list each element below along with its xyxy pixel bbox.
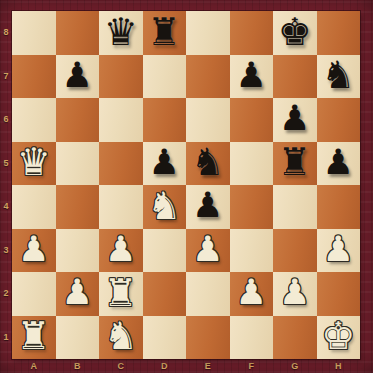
square-d2[interactable] <box>143 272 187 316</box>
square-b6[interactable] <box>56 98 100 142</box>
square-h4[interactable] <box>317 185 361 229</box>
rank-label-5: 5 <box>0 142 12 186</box>
square-a4[interactable] <box>12 185 56 229</box>
square-a3[interactable]: ♟ <box>12 229 56 273</box>
square-h2[interactable] <box>317 272 361 316</box>
black-pawn[interactable]: ♟ <box>149 145 180 180</box>
square-c3[interactable]: ♟ <box>99 229 143 273</box>
square-e3[interactable]: ♟ <box>186 229 230 273</box>
square-d1[interactable] <box>143 316 187 360</box>
square-e4[interactable]: ♟ <box>186 185 230 229</box>
rank-label-4: 4 <box>0 185 12 229</box>
square-d5[interactable]: ♟ <box>143 142 187 186</box>
square-e2[interactable] <box>186 272 230 316</box>
square-g2[interactable]: ♟ <box>273 272 317 316</box>
square-g5[interactable]: ♜ <box>273 142 317 186</box>
square-f2[interactable]: ♟ <box>230 272 274 316</box>
square-a2[interactable] <box>12 272 56 316</box>
file-label-d: D <box>143 359 187 373</box>
square-d6[interactable] <box>143 98 187 142</box>
square-g3[interactable] <box>273 229 317 273</box>
square-f4[interactable] <box>230 185 274 229</box>
white-king[interactable]: ♚ <box>321 317 355 355</box>
square-c1[interactable]: ♞ <box>99 316 143 360</box>
white-rook[interactable]: ♜ <box>104 274 138 312</box>
square-f8[interactable] <box>230 11 274 55</box>
rank-label-6: 6 <box>0 98 12 142</box>
square-b4[interactable] <box>56 185 100 229</box>
black-knight[interactable]: ♞ <box>191 143 225 181</box>
black-pawn[interactable]: ♟ <box>236 58 267 93</box>
square-d4[interactable]: ♞ <box>143 185 187 229</box>
square-e7[interactable] <box>186 55 230 99</box>
square-h3[interactable]: ♟ <box>317 229 361 273</box>
black-pawn[interactable]: ♟ <box>323 145 354 180</box>
square-g4[interactable] <box>273 185 317 229</box>
rank-label-8: 8 <box>0 11 12 55</box>
rank-label-7: 7 <box>0 55 12 99</box>
white-pawn[interactable]: ♟ <box>279 275 310 310</box>
square-f3[interactable] <box>230 229 274 273</box>
file-label-e: E <box>186 359 230 373</box>
file-label-a: A <box>12 359 56 373</box>
square-e5[interactable]: ♞ <box>186 142 230 186</box>
rank-label-3: 3 <box>0 229 12 273</box>
square-b1[interactable] <box>56 316 100 360</box>
square-d8[interactable]: ♜ <box>143 11 187 55</box>
square-c5[interactable] <box>99 142 143 186</box>
square-g6[interactable]: ♟ <box>273 98 317 142</box>
square-c7[interactable] <box>99 55 143 99</box>
square-f7[interactable]: ♟ <box>230 55 274 99</box>
square-h8[interactable] <box>317 11 361 55</box>
white-pawn[interactable]: ♟ <box>105 232 136 267</box>
file-labels: ABCDEFGH <box>12 359 360 373</box>
square-e1[interactable] <box>186 316 230 360</box>
black-pawn[interactable]: ♟ <box>62 58 93 93</box>
white-pawn[interactable]: ♟ <box>192 232 223 267</box>
square-h5[interactable]: ♟ <box>317 142 361 186</box>
white-knight[interactable]: ♞ <box>147 187 181 225</box>
rank-label-2: 2 <box>0 272 12 316</box>
square-b8[interactable] <box>56 11 100 55</box>
square-c4[interactable] <box>99 185 143 229</box>
square-g1[interactable] <box>273 316 317 360</box>
square-a5[interactable]: ♛ <box>12 142 56 186</box>
white-pawn[interactable]: ♟ <box>62 275 93 310</box>
square-f6[interactable] <box>230 98 274 142</box>
file-label-b: B <box>56 359 100 373</box>
square-c8[interactable]: ♛ <box>99 11 143 55</box>
square-h6[interactable] <box>317 98 361 142</box>
square-b5[interactable] <box>56 142 100 186</box>
square-b7[interactable]: ♟ <box>56 55 100 99</box>
rank-labels: 87654321 <box>0 11 12 359</box>
white-knight[interactable]: ♞ <box>104 317 138 355</box>
black-rook[interactable]: ♜ <box>147 13 181 51</box>
white-pawn[interactable]: ♟ <box>323 232 354 267</box>
black-rook[interactable]: ♜ <box>278 143 312 181</box>
square-e8[interactable] <box>186 11 230 55</box>
rank-label-1: 1 <box>0 316 12 360</box>
square-f1[interactable] <box>230 316 274 360</box>
black-pawn[interactable]: ♟ <box>192 188 223 223</box>
white-pawn[interactable]: ♟ <box>18 232 49 267</box>
square-d7[interactable] <box>143 55 187 99</box>
black-pawn[interactable]: ♟ <box>279 101 310 136</box>
square-c6[interactable] <box>99 98 143 142</box>
square-d3[interactable] <box>143 229 187 273</box>
file-label-h: H <box>317 359 361 373</box>
file-label-c: C <box>99 359 143 373</box>
file-label-f: F <box>230 359 274 373</box>
white-pawn[interactable]: ♟ <box>236 275 267 310</box>
square-g8[interactable]: ♚ <box>273 11 317 55</box>
square-e6[interactable] <box>186 98 230 142</box>
square-a7[interactable] <box>12 55 56 99</box>
square-b2[interactable]: ♟ <box>56 272 100 316</box>
black-king[interactable]: ♚ <box>278 13 312 51</box>
square-c2[interactable]: ♜ <box>99 272 143 316</box>
white-rook[interactable]: ♜ <box>17 317 51 355</box>
chess-board: ♛♜♚♟♟♞♟♛♟♞♜♟♞♟♟♟♟♟♟♜♟♟♜♞♚ <box>12 11 360 359</box>
white-queen[interactable]: ♛ <box>17 143 51 181</box>
chess-diagram: 87654321 ABCDEFGH ♛♜♚♟♟♞♟♛♟♞♜♟♞♟♟♟♟♟♟♜♟♟… <box>0 0 373 373</box>
black-queen[interactable]: ♛ <box>104 13 138 51</box>
square-a6[interactable] <box>12 98 56 142</box>
file-label-g: G <box>273 359 317 373</box>
square-g7[interactable] <box>273 55 317 99</box>
square-b3[interactable] <box>56 229 100 273</box>
square-h1[interactable]: ♚ <box>317 316 361 360</box>
square-a8[interactable] <box>12 11 56 55</box>
black-knight[interactable]: ♞ <box>321 56 355 94</box>
square-f5[interactable] <box>230 142 274 186</box>
square-h7[interactable]: ♞ <box>317 55 361 99</box>
square-a1[interactable]: ♜ <box>12 316 56 360</box>
